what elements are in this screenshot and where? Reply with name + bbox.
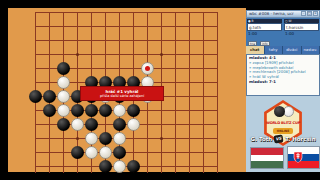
matchup-left-player: G. Tóth	[250, 136, 272, 142]
close-button[interactable]: ×	[313, 11, 318, 16]
logo-subtitle-badge: ONLINE	[273, 128, 293, 134]
black-player-time: 1:00	[247, 31, 282, 37]
black-stone-5-7[interactable]	[99, 104, 112, 117]
logo-title: WORLD BLITZ CUP	[265, 121, 301, 125]
hoshi-point	[160, 53, 163, 56]
tab-chat[interactable]: chat	[246, 46, 265, 54]
white-stone-4-9[interactable]	[85, 132, 98, 145]
client-panel: ● B g.toth 1:00 ○ W t.horcsin 1:00 hra i…	[246, 18, 320, 172]
white-player-time: 1:00	[284, 31, 319, 37]
white-stone-7-8[interactable]	[127, 118, 140, 131]
minimize-button[interactable]: –	[301, 11, 306, 16]
last-move-marker	[145, 66, 150, 71]
black-stone-6-10[interactable]	[113, 146, 126, 159]
white-stone-4-10[interactable]	[85, 146, 98, 159]
black-stone-3-7[interactable]	[71, 104, 84, 117]
slovakia-coat-of-arms	[293, 151, 303, 163]
result-banner: hráč #1 vyhrál přišla další série zaháje…	[80, 86, 164, 101]
black-stone-5-11[interactable]	[99, 160, 112, 173]
black-stone-0-6[interactable]	[29, 90, 42, 103]
white-stone-6-11[interactable]	[113, 160, 126, 173]
players-bar: ● B g.toth 1:00 ○ W t.horcsin 1:00	[246, 18, 320, 40]
black-stone-3-10[interactable]	[71, 146, 84, 159]
chat-tab-row: chattahydivácinastav.	[246, 46, 320, 54]
black-stone-1-7[interactable]	[43, 104, 56, 117]
matchup-right-player: T. Horcsin	[285, 136, 315, 142]
hoshi-point	[76, 53, 79, 56]
white-stone-2-6[interactable]	[57, 90, 70, 103]
black-player-name[interactable]: g.toth	[247, 23, 282, 31]
chat-line: mladost: 7-1	[249, 80, 319, 85]
slovakia-flag	[287, 146, 320, 169]
tab-nastav.[interactable]: nastav.	[302, 46, 320, 54]
black-stone-4-8[interactable]	[85, 118, 98, 131]
white-stone-5-10[interactable]	[99, 146, 112, 159]
white-stone-6-7[interactable]	[113, 104, 126, 117]
white-player-column: ○ W t.horcsin 1:00	[284, 19, 319, 37]
go-board-region: hráč #1 vyhrál přišla další série zaháje…	[8, 8, 246, 172]
hungary-flag	[250, 147, 284, 169]
black-stone-4-7[interactable]	[85, 104, 98, 117]
tab-tahy[interactable]: tahy	[265, 46, 284, 54]
white-stone-6-9[interactable]	[113, 132, 126, 145]
chat-log[interactable]: mladost: 4-1» zopca [1909] přichází» mep…	[246, 54, 320, 96]
white-stone-3-8[interactable]	[71, 118, 84, 131]
black-stone-2-8[interactable]	[57, 118, 70, 131]
banner-line2: přišla další série zahájení	[81, 94, 163, 98]
black-stone-7-11[interactable]	[127, 160, 140, 173]
maximize-button[interactable]: □	[307, 11, 312, 16]
black-player-column: ● B g.toth 1:00	[247, 19, 282, 37]
white-stone-2-7[interactable]	[57, 104, 70, 117]
black-stone-2-4[interactable]	[57, 62, 70, 75]
white-stone-2-5[interactable]	[57, 76, 70, 89]
hoshi-point	[160, 137, 163, 140]
tab-diváci[interactable]: diváci	[283, 46, 302, 54]
logo-black-stone-icon	[274, 106, 285, 117]
window-title: wbc #006 - herna, ucr	[249, 11, 294, 16]
black-stone-1-6[interactable]	[43, 90, 56, 103]
black-stone-6-8[interactable]	[113, 118, 126, 131]
white-player-name[interactable]: t.horcsin	[284, 23, 319, 31]
black-stone-7-7[interactable]	[127, 104, 140, 117]
black-stone-5-9[interactable]	[99, 132, 112, 145]
matchup-bar: G. Tóth VS T. Horcsin	[246, 134, 320, 144]
vs-icon: VS	[274, 134, 284, 143]
hoshi-point	[76, 137, 79, 140]
